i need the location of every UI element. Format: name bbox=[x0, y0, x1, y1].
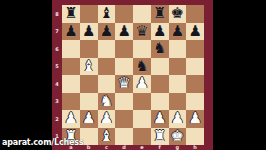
square-a7: ♟ bbox=[62, 23, 80, 41]
square-f1: ♜ bbox=[151, 128, 169, 146]
square-a5 bbox=[62, 58, 80, 76]
black-pawn: ♟ bbox=[188, 23, 201, 38]
square-f4 bbox=[151, 75, 169, 93]
white-pawn: ♟ bbox=[188, 111, 201, 126]
square-g2: ♟ bbox=[169, 110, 187, 128]
square-f3 bbox=[151, 93, 169, 111]
square-e4: ♟ bbox=[133, 75, 151, 93]
black-queen: ♛ bbox=[135, 23, 148, 38]
black-knight: ♞ bbox=[153, 41, 166, 56]
square-g7: ♟ bbox=[169, 23, 187, 41]
white-pawn: ♟ bbox=[82, 111, 95, 126]
square-c3: ♞ bbox=[98, 93, 116, 111]
rank-labels: 87654321 bbox=[52, 5, 62, 145]
black-pawn: ♟ bbox=[100, 23, 113, 38]
white-pawn: ♟ bbox=[64, 111, 77, 126]
square-c5 bbox=[98, 58, 116, 76]
black-king: ♚ bbox=[171, 6, 184, 21]
square-b7: ♟ bbox=[80, 23, 98, 41]
square-b8 bbox=[80, 5, 98, 23]
square-a6 bbox=[62, 40, 80, 58]
white-knight: ♞ bbox=[100, 93, 113, 108]
square-g3 bbox=[169, 93, 187, 111]
square-d3 bbox=[115, 93, 133, 111]
rank-label-3: 3 bbox=[52, 93, 62, 111]
square-a8: ♜ bbox=[62, 5, 80, 23]
square-f5 bbox=[151, 58, 169, 76]
rank-label-7: 7 bbox=[52, 23, 62, 41]
square-e8 bbox=[133, 5, 151, 23]
square-d7: ♟ bbox=[115, 23, 133, 41]
square-d5 bbox=[115, 58, 133, 76]
black-knight: ♞ bbox=[135, 58, 148, 73]
white-bishop: ♝ bbox=[100, 128, 113, 143]
rank-label-8: 8 bbox=[52, 5, 62, 23]
square-c1: ♝ bbox=[98, 128, 116, 146]
file-label-c: c bbox=[98, 144, 116, 150]
black-pawn: ♟ bbox=[117, 23, 130, 38]
white-queen: ♛ bbox=[117, 76, 130, 91]
rank-label-6: 6 bbox=[52, 40, 62, 58]
square-e7: ♛ bbox=[133, 23, 151, 41]
square-g1: ♚ bbox=[169, 128, 187, 146]
chess-board: ♜♝♜♚♟♟♟♟♛♟♟♟♞♝♞♛♟♞♟♟♟♟♟♟♜♝♜♚ bbox=[62, 5, 204, 145]
square-g4 bbox=[169, 75, 187, 93]
square-g8: ♚ bbox=[169, 5, 187, 23]
white-pawn: ♟ bbox=[135, 76, 148, 91]
watermark-text: aparat.com/Lchess bbox=[2, 138, 83, 147]
black-pawn: ♟ bbox=[153, 23, 166, 38]
black-pawn: ♟ bbox=[171, 23, 184, 38]
square-b6 bbox=[80, 40, 98, 58]
square-h5 bbox=[186, 58, 204, 76]
square-f7: ♟ bbox=[151, 23, 169, 41]
square-b5: ♝ bbox=[80, 58, 98, 76]
file-label-g: g bbox=[169, 144, 187, 150]
square-h2: ♟ bbox=[186, 110, 204, 128]
black-rook: ♜ bbox=[153, 6, 166, 21]
square-a3 bbox=[62, 93, 80, 111]
square-e5: ♞ bbox=[133, 58, 151, 76]
white-bishop: ♝ bbox=[82, 58, 95, 73]
square-b4 bbox=[80, 75, 98, 93]
black-pawn: ♟ bbox=[64, 23, 77, 38]
white-king: ♚ bbox=[171, 128, 184, 143]
square-d6 bbox=[115, 40, 133, 58]
rank-label-4: 4 bbox=[52, 75, 62, 93]
rank-label-5: 5 bbox=[52, 58, 62, 76]
square-h4 bbox=[186, 75, 204, 93]
black-rook: ♜ bbox=[64, 6, 77, 21]
black-pawn: ♟ bbox=[82, 23, 95, 38]
square-c2: ♟ bbox=[98, 110, 116, 128]
square-d1 bbox=[115, 128, 133, 146]
square-a4 bbox=[62, 75, 80, 93]
file-label-d: d bbox=[115, 144, 133, 150]
white-pawn: ♟ bbox=[153, 111, 166, 126]
square-h1 bbox=[186, 128, 204, 146]
white-pawn: ♟ bbox=[171, 111, 184, 126]
square-a2: ♟ bbox=[62, 110, 80, 128]
square-c4 bbox=[98, 75, 116, 93]
square-d8 bbox=[115, 5, 133, 23]
square-h7: ♟ bbox=[186, 23, 204, 41]
black-bishop: ♝ bbox=[100, 6, 113, 21]
square-d2 bbox=[115, 110, 133, 128]
white-pawn: ♟ bbox=[100, 111, 113, 126]
square-h8 bbox=[186, 5, 204, 23]
square-f6: ♞ bbox=[151, 40, 169, 58]
square-c7: ♟ bbox=[98, 23, 116, 41]
square-c6 bbox=[98, 40, 116, 58]
file-label-e: e bbox=[133, 144, 151, 150]
square-b2: ♟ bbox=[80, 110, 98, 128]
square-e3 bbox=[133, 93, 151, 111]
square-g5 bbox=[169, 58, 187, 76]
square-h3 bbox=[186, 93, 204, 111]
white-rook: ♜ bbox=[153, 128, 166, 143]
file-label-f: f bbox=[151, 144, 169, 150]
file-label-h: h bbox=[186, 144, 204, 150]
square-c8: ♝ bbox=[98, 5, 116, 23]
square-g6 bbox=[169, 40, 187, 58]
square-e2 bbox=[133, 110, 151, 128]
rank-label-2: 2 bbox=[52, 110, 62, 128]
square-e1 bbox=[133, 128, 151, 146]
square-d4: ♛ bbox=[115, 75, 133, 93]
square-f8: ♜ bbox=[151, 5, 169, 23]
square-e6 bbox=[133, 40, 151, 58]
square-b3 bbox=[80, 93, 98, 111]
square-f2: ♟ bbox=[151, 110, 169, 128]
square-h6 bbox=[186, 40, 204, 58]
